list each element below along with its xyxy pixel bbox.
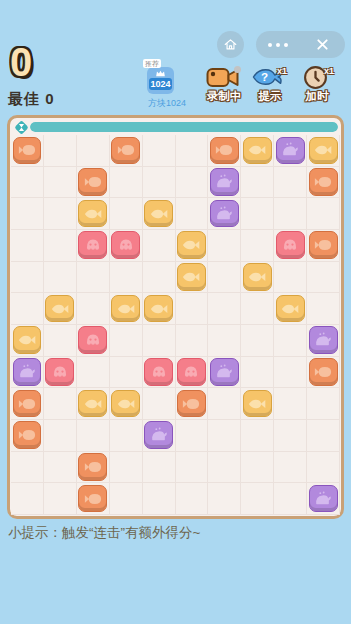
pink-jellyfish-icon bbox=[84, 331, 102, 349]
time-progress-fill bbox=[30, 122, 338, 132]
board-cell bbox=[208, 262, 241, 294]
tile-orange-whale[interactable] bbox=[78, 453, 107, 481]
board-cell bbox=[307, 325, 340, 357]
tip-text: 小提示：触发“连击”有额外得分~ bbox=[8, 524, 200, 542]
board-cell bbox=[11, 230, 44, 262]
board-cell bbox=[176, 483, 209, 515]
best-value: 0 bbox=[45, 90, 54, 107]
addtime-button[interactable]: x1 加时 bbox=[298, 64, 336, 104]
board-cell bbox=[208, 325, 241, 357]
board-cell bbox=[77, 483, 110, 515]
tile-purple-whale[interactable] bbox=[210, 200, 239, 228]
yellow-fish-icon bbox=[182, 236, 200, 254]
home-button[interactable] bbox=[217, 31, 244, 58]
board-cell bbox=[110, 167, 143, 199]
board-grid bbox=[11, 135, 340, 515]
board-cell bbox=[176, 420, 209, 452]
board-cell bbox=[208, 198, 241, 230]
board-cell bbox=[241, 388, 274, 420]
board-cell bbox=[274, 167, 307, 199]
purple-whale-icon bbox=[215, 173, 233, 191]
purple-whale-icon bbox=[215, 363, 233, 381]
board-cell bbox=[307, 262, 340, 294]
question-mark: ? bbox=[261, 70, 268, 83]
tile-orange-whale[interactable] bbox=[309, 168, 338, 196]
board-cell bbox=[110, 483, 143, 515]
board-cell bbox=[11, 388, 44, 420]
yellow-fish-icon bbox=[51, 300, 69, 318]
tile-orange-whale[interactable] bbox=[13, 390, 42, 418]
board-cell bbox=[77, 230, 110, 262]
board-cell bbox=[11, 167, 44, 199]
board-cell bbox=[44, 357, 77, 389]
board-cell bbox=[11, 420, 44, 452]
board-cell bbox=[274, 325, 307, 357]
board-cell bbox=[307, 483, 340, 515]
board-cell bbox=[274, 357, 307, 389]
tile-yellow-fish[interactable] bbox=[111, 390, 140, 418]
board-cell bbox=[274, 230, 307, 262]
board-cell bbox=[110, 230, 143, 262]
yellow-fish-icon bbox=[150, 300, 168, 318]
tile-pink-jellyfish[interactable] bbox=[144, 358, 173, 386]
pink-jellyfish-icon bbox=[182, 363, 200, 381]
close-icon bbox=[316, 38, 329, 51]
board-cell bbox=[307, 230, 340, 262]
promo-app-icon: 1024 bbox=[147, 67, 174, 94]
board-cell bbox=[241, 293, 274, 325]
best-label: 最佳 bbox=[8, 90, 40, 107]
board-cell bbox=[208, 452, 241, 484]
board-cell bbox=[143, 293, 176, 325]
board-cell bbox=[11, 135, 44, 167]
tile-pink-jellyfish[interactable] bbox=[78, 326, 107, 354]
board-cell bbox=[11, 357, 44, 389]
pink-jellyfish-icon bbox=[51, 363, 69, 381]
board-cell bbox=[143, 262, 176, 294]
tile-yellow-fish[interactable] bbox=[144, 295, 173, 323]
board-cell bbox=[208, 483, 241, 515]
board-cell bbox=[176, 357, 209, 389]
tile-yellow-fish[interactable] bbox=[45, 295, 74, 323]
home-icon bbox=[223, 37, 238, 52]
orange-whale-icon bbox=[182, 395, 200, 413]
recording-label: 录制中 bbox=[203, 89, 245, 104]
hint-button[interactable]: ? x1 提示 bbox=[251, 64, 289, 104]
board-cell bbox=[110, 357, 143, 389]
recommend-tag: 推荐 bbox=[143, 59, 161, 68]
purple-whale-icon bbox=[314, 490, 332, 508]
board-cell bbox=[143, 388, 176, 420]
board-cell bbox=[274, 262, 307, 294]
tile-purple-whale[interactable] bbox=[309, 485, 338, 513]
board-cell bbox=[143, 357, 176, 389]
board-cell bbox=[143, 325, 176, 357]
board-cell bbox=[77, 293, 110, 325]
tile-pink-jellyfish[interactable] bbox=[78, 231, 107, 259]
board-cell bbox=[274, 198, 307, 230]
tile-orange-whale[interactable] bbox=[111, 137, 140, 165]
board-cell bbox=[241, 230, 274, 262]
tile-pink-jellyfish[interactable] bbox=[276, 231, 305, 259]
board-cell bbox=[208, 135, 241, 167]
board-cell bbox=[176, 262, 209, 294]
board-cell bbox=[143, 420, 176, 452]
timer-diamond-icon bbox=[13, 119, 30, 136]
purple-whale-icon bbox=[150, 426, 168, 444]
tile-orange-whale[interactable] bbox=[78, 485, 107, 513]
yellow-fish-icon bbox=[117, 300, 135, 318]
board-cell bbox=[11, 262, 44, 294]
board-cell bbox=[44, 135, 77, 167]
tile-yellow-fish[interactable] bbox=[276, 295, 305, 323]
purple-whale-icon bbox=[281, 141, 299, 159]
yellow-fish-icon bbox=[248, 141, 266, 159]
tile-orange-whale[interactable] bbox=[210, 137, 239, 165]
tile-orange-whale[interactable] bbox=[78, 168, 107, 196]
status-dot bbox=[234, 66, 241, 73]
board-cell bbox=[176, 452, 209, 484]
board-cell bbox=[44, 262, 77, 294]
orange-whale-icon bbox=[84, 173, 102, 191]
board-cell bbox=[44, 483, 77, 515]
board-cell bbox=[44, 325, 77, 357]
board-cell bbox=[110, 452, 143, 484]
board-cell bbox=[241, 262, 274, 294]
tile-yellow-fish[interactable] bbox=[13, 326, 42, 354]
board-cell bbox=[77, 135, 110, 167]
time-progress-bar bbox=[30, 122, 338, 132]
crown-icon bbox=[155, 69, 166, 77]
board-cell bbox=[110, 293, 143, 325]
hint-count-badge: x1 bbox=[277, 66, 287, 76]
wechat-capsule bbox=[256, 31, 345, 58]
board-cell bbox=[77, 452, 110, 484]
board-cell bbox=[307, 388, 340, 420]
board-cell bbox=[208, 388, 241, 420]
board-cell bbox=[110, 135, 143, 167]
board-cell bbox=[241, 452, 274, 484]
board-cell bbox=[176, 198, 209, 230]
orange-whale-icon bbox=[18, 141, 36, 159]
board-cell bbox=[77, 357, 110, 389]
board-cell bbox=[307, 135, 340, 167]
tile-orange-whale[interactable] bbox=[309, 358, 338, 386]
board-cell bbox=[176, 325, 209, 357]
board-cell bbox=[307, 167, 340, 199]
tile-yellow-fish[interactable] bbox=[309, 137, 338, 165]
yellow-fish-icon bbox=[18, 331, 36, 349]
tile-purple-whale[interactable] bbox=[144, 421, 173, 449]
board-cell bbox=[241, 420, 274, 452]
tile-pink-jellyfish[interactable] bbox=[45, 358, 74, 386]
pink-jellyfish-icon bbox=[150, 363, 168, 381]
board-cell bbox=[44, 230, 77, 262]
promo-number: 1024 bbox=[149, 78, 172, 90]
board-cell bbox=[274, 452, 307, 484]
tile-yellow-fish[interactable] bbox=[177, 231, 206, 259]
yellow-fish-icon bbox=[281, 300, 299, 318]
game-board bbox=[7, 115, 344, 519]
board-cell bbox=[176, 135, 209, 167]
addtime-label: 加时 bbox=[298, 89, 336, 104]
board-cell bbox=[176, 293, 209, 325]
orange-whale-icon bbox=[215, 141, 233, 159]
pink-jellyfish-icon bbox=[281, 236, 299, 254]
tile-yellow-fish[interactable] bbox=[243, 263, 272, 291]
tile-yellow-fish[interactable] bbox=[243, 137, 272, 165]
tile-orange-whale[interactable] bbox=[13, 137, 42, 165]
orange-whale-icon bbox=[18, 426, 36, 444]
orange-whale-icon bbox=[84, 458, 102, 476]
board-cell bbox=[274, 135, 307, 167]
tile-purple-whale[interactable] bbox=[210, 358, 239, 386]
board-cell bbox=[44, 388, 77, 420]
board-cell bbox=[307, 452, 340, 484]
board-cell bbox=[110, 198, 143, 230]
board-cell bbox=[44, 167, 77, 199]
board-cell bbox=[143, 483, 176, 515]
board-cell bbox=[274, 388, 307, 420]
orange-whale-icon bbox=[314, 236, 332, 254]
tile-purple-whale[interactable] bbox=[13, 358, 42, 386]
best-score: 最佳 0 bbox=[8, 90, 55, 109]
tile-yellow-fish[interactable] bbox=[144, 200, 173, 228]
orange-whale-icon bbox=[84, 490, 102, 508]
yellow-fish-icon bbox=[84, 205, 102, 223]
board-cell bbox=[176, 230, 209, 262]
board-cell bbox=[44, 198, 77, 230]
board-cell bbox=[241, 135, 274, 167]
board-cell bbox=[143, 230, 176, 262]
board-cell bbox=[110, 420, 143, 452]
pink-jellyfish-icon bbox=[84, 236, 102, 254]
yellow-fish-icon bbox=[248, 268, 266, 286]
board-cell bbox=[274, 420, 307, 452]
board-cell bbox=[77, 262, 110, 294]
orange-whale-icon bbox=[117, 141, 135, 159]
timer-row bbox=[12, 120, 338, 134]
board-cell bbox=[143, 452, 176, 484]
board-cell bbox=[11, 452, 44, 484]
yellow-fish-icon bbox=[314, 141, 332, 159]
purple-whale-icon bbox=[18, 363, 36, 381]
purple-whale-icon bbox=[215, 205, 233, 223]
tile-pink-jellyfish[interactable] bbox=[177, 358, 206, 386]
board-cell bbox=[110, 325, 143, 357]
board-cell bbox=[11, 483, 44, 515]
yellow-fish-icon bbox=[84, 395, 102, 413]
yellow-fish-icon bbox=[182, 268, 200, 286]
board-cell bbox=[77, 198, 110, 230]
board-cell bbox=[11, 325, 44, 357]
board-cell bbox=[77, 388, 110, 420]
board-cell bbox=[307, 293, 340, 325]
board-cell bbox=[143, 135, 176, 167]
tile-purple-whale[interactable] bbox=[276, 137, 305, 165]
board-cell bbox=[110, 262, 143, 294]
tile-orange-whale[interactable] bbox=[309, 231, 338, 259]
board-cell bbox=[241, 198, 274, 230]
board-cell bbox=[143, 167, 176, 199]
tile-purple-whale[interactable] bbox=[210, 168, 239, 196]
board-cell bbox=[241, 357, 274, 389]
tile-yellow-fish[interactable] bbox=[78, 390, 107, 418]
more-dots-icon bbox=[268, 43, 288, 47]
board-cell bbox=[44, 452, 77, 484]
orange-whale-icon bbox=[18, 395, 36, 413]
tile-yellow-fish[interactable] bbox=[78, 200, 107, 228]
more-button[interactable] bbox=[256, 31, 301, 58]
board-cell bbox=[307, 198, 340, 230]
board-cell bbox=[241, 325, 274, 357]
board-cell bbox=[208, 357, 241, 389]
tile-orange-whale[interactable] bbox=[177, 390, 206, 418]
board-cell bbox=[241, 483, 274, 515]
board-cell bbox=[143, 198, 176, 230]
yellow-fish-icon bbox=[248, 395, 266, 413]
board-cell bbox=[77, 167, 110, 199]
board-cell bbox=[274, 483, 307, 515]
board-cell bbox=[274, 293, 307, 325]
close-button[interactable] bbox=[301, 31, 346, 58]
tile-yellow-fish[interactable] bbox=[177, 263, 206, 291]
board-cell bbox=[307, 420, 340, 452]
board-cell bbox=[77, 420, 110, 452]
promo-app-name: 方块1024 bbox=[140, 97, 194, 110]
tile-orange-whale[interactable] bbox=[13, 421, 42, 449]
yellow-fish-icon bbox=[117, 395, 135, 413]
board-cell bbox=[208, 420, 241, 452]
board-cell bbox=[44, 293, 77, 325]
orange-whale-icon bbox=[314, 363, 332, 381]
hint-label: 提示 bbox=[251, 89, 289, 104]
tile-yellow-fish[interactable] bbox=[243, 390, 272, 418]
board-cell bbox=[11, 198, 44, 230]
yellow-fish-icon bbox=[150, 205, 168, 223]
board-cell bbox=[77, 325, 110, 357]
addtime-count-badge: x1 bbox=[324, 66, 334, 76]
board-cell bbox=[176, 167, 209, 199]
pink-jellyfish-icon bbox=[117, 236, 135, 254]
board-cell bbox=[208, 230, 241, 262]
board-cell bbox=[208, 167, 241, 199]
score-value: 0 bbox=[10, 40, 32, 85]
board-cell bbox=[241, 167, 274, 199]
purple-whale-icon bbox=[314, 331, 332, 349]
tile-purple-whale[interactable] bbox=[309, 326, 338, 354]
board-cell bbox=[44, 420, 77, 452]
orange-whale-icon bbox=[314, 173, 332, 191]
board-cell bbox=[11, 293, 44, 325]
board-cell bbox=[110, 388, 143, 420]
tile-pink-jellyfish[interactable] bbox=[111, 231, 140, 259]
board-cell bbox=[176, 388, 209, 420]
game-screen: 0 最佳 0 1024 推荐 方块1024 bbox=[0, 0, 351, 624]
tile-yellow-fish[interactable] bbox=[111, 295, 140, 323]
board-cell bbox=[307, 357, 340, 389]
recording-button[interactable]: 录制中 bbox=[203, 64, 245, 104]
board-cell bbox=[208, 293, 241, 325]
